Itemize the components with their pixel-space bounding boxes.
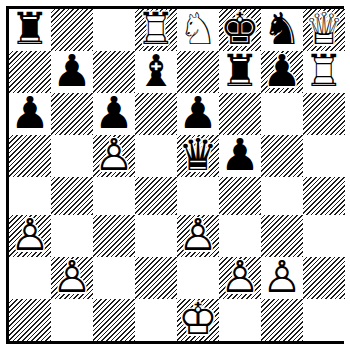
white-pawn-icon: ♙ [262, 255, 301, 299]
piece-black-rook-a8[interactable]: ♜♜ [9, 9, 51, 51]
piece-white-pawn-g2[interactable]: ♟♙ [261, 257, 303, 299]
piece-black-pawn-b7[interactable]: ♟♟ [51, 51, 93, 93]
piece-black-rook-f7[interactable]: ♜♜ [219, 51, 261, 93]
square-h7[interactable]: ♜♖ [303, 51, 345, 93]
square-d4[interactable] [135, 177, 177, 215]
black-pawn-icon: ♟ [262, 49, 301, 93]
square-g4[interactable] [261, 177, 303, 215]
piece-black-pawn-a6[interactable]: ♟♟ [9, 93, 51, 135]
square-a2[interactable] [9, 257, 51, 299]
square-d3[interactable] [135, 215, 177, 257]
chess-board: ♜♜♜♖♞♘♚♚♞♞♛♕♟♟♝♝♜♜♟♟♜♖♟♟♟♟♟♟♟♙♛♛♟♟♟♙♟♙♟♙… [9, 9, 341, 341]
square-e5[interactable]: ♛♛ [177, 135, 219, 177]
piece-white-rook-h7[interactable]: ♜♖ [303, 51, 345, 93]
square-a1[interactable] [9, 299, 51, 341]
square-e1[interactable]: ♚♔ [177, 299, 219, 341]
square-f5[interactable]: ♟♟ [219, 135, 261, 177]
square-g1[interactable] [261, 299, 303, 341]
chess-diagram: ♜♜♜♖♞♘♚♚♞♞♛♕♟♟♝♝♜♜♟♟♜♖♟♟♟♟♟♟♟♙♛♛♟♟♟♙♟♙♟♙… [6, 6, 344, 344]
square-d1[interactable] [135, 299, 177, 341]
piece-black-queen-e5[interactable]: ♛♛ [177, 135, 219, 177]
square-g2[interactable]: ♟♙ [261, 257, 303, 299]
black-bishop-icon: ♝ [136, 49, 175, 93]
square-a3[interactable]: ♟♙ [9, 215, 51, 257]
square-f1[interactable] [219, 299, 261, 341]
white-pawn-icon: ♙ [52, 255, 91, 299]
white-pawn-icon: ♙ [94, 133, 133, 177]
piece-black-pawn-g7[interactable]: ♟♟ [261, 51, 303, 93]
square-d5[interactable] [135, 135, 177, 177]
square-b6[interactable] [51, 93, 93, 135]
square-c8[interactable] [93, 9, 135, 51]
white-king-icon: ♔ [178, 297, 217, 341]
piece-white-pawn-a3[interactable]: ♟♙ [9, 215, 51, 257]
piece-black-pawn-f5[interactable]: ♟♟ [219, 135, 261, 177]
square-c4[interactable] [93, 177, 135, 215]
square-h1[interactable] [303, 299, 345, 341]
black-rook-icon: ♜ [220, 49, 259, 93]
square-f7[interactable]: ♜♜ [219, 51, 261, 93]
black-rook-icon: ♜ [10, 7, 49, 51]
black-pawn-icon: ♟ [220, 133, 259, 177]
square-h6[interactable] [303, 93, 345, 135]
square-h4[interactable] [303, 177, 345, 215]
piece-black-bishop-d7[interactable]: ♝♝ [135, 51, 177, 93]
square-e3[interactable]: ♟♙ [177, 215, 219, 257]
square-c3[interactable] [93, 215, 135, 257]
black-pawn-icon: ♟ [52, 49, 91, 93]
square-a6[interactable]: ♟♟ [9, 93, 51, 135]
piece-white-knight-e8[interactable]: ♞♘ [177, 9, 219, 51]
square-g5[interactable] [261, 135, 303, 177]
black-pawn-icon: ♟ [10, 91, 49, 135]
square-a8[interactable]: ♜♜ [9, 9, 51, 51]
square-h5[interactable] [303, 135, 345, 177]
square-c1[interactable] [93, 299, 135, 341]
square-b1[interactable] [51, 299, 93, 341]
square-e8[interactable]: ♞♘ [177, 9, 219, 51]
square-b2[interactable]: ♟♙ [51, 257, 93, 299]
piece-white-pawn-c5[interactable]: ♟♙ [93, 135, 135, 177]
white-rook-icon: ♖ [304, 49, 343, 93]
square-a5[interactable] [9, 135, 51, 177]
square-b4[interactable] [51, 177, 93, 215]
square-b5[interactable] [51, 135, 93, 177]
piece-white-pawn-e3[interactable]: ♟♙ [177, 215, 219, 257]
square-d2[interactable] [135, 257, 177, 299]
square-h2[interactable] [303, 257, 345, 299]
square-d7[interactable]: ♝♝ [135, 51, 177, 93]
square-g7[interactable]: ♟♟ [261, 51, 303, 93]
square-h3[interactable] [303, 215, 345, 257]
square-b7[interactable]: ♟♟ [51, 51, 93, 93]
white-knight-icon: ♘ [178, 7, 217, 51]
white-pawn-icon: ♙ [10, 213, 49, 257]
black-queen-icon: ♛ [178, 133, 217, 177]
piece-white-pawn-f2[interactable]: ♟♙ [219, 257, 261, 299]
square-c5[interactable]: ♟♙ [93, 135, 135, 177]
white-pawn-icon: ♙ [220, 255, 259, 299]
square-f4[interactable] [219, 177, 261, 215]
square-f2[interactable]: ♟♙ [219, 257, 261, 299]
white-pawn-icon: ♙ [178, 213, 217, 257]
piece-white-king-e1[interactable]: ♚♔ [177, 299, 219, 341]
square-c2[interactable] [93, 257, 135, 299]
square-d6[interactable] [135, 93, 177, 135]
square-g6[interactable] [261, 93, 303, 135]
piece-white-pawn-b2[interactable]: ♟♙ [51, 257, 93, 299]
